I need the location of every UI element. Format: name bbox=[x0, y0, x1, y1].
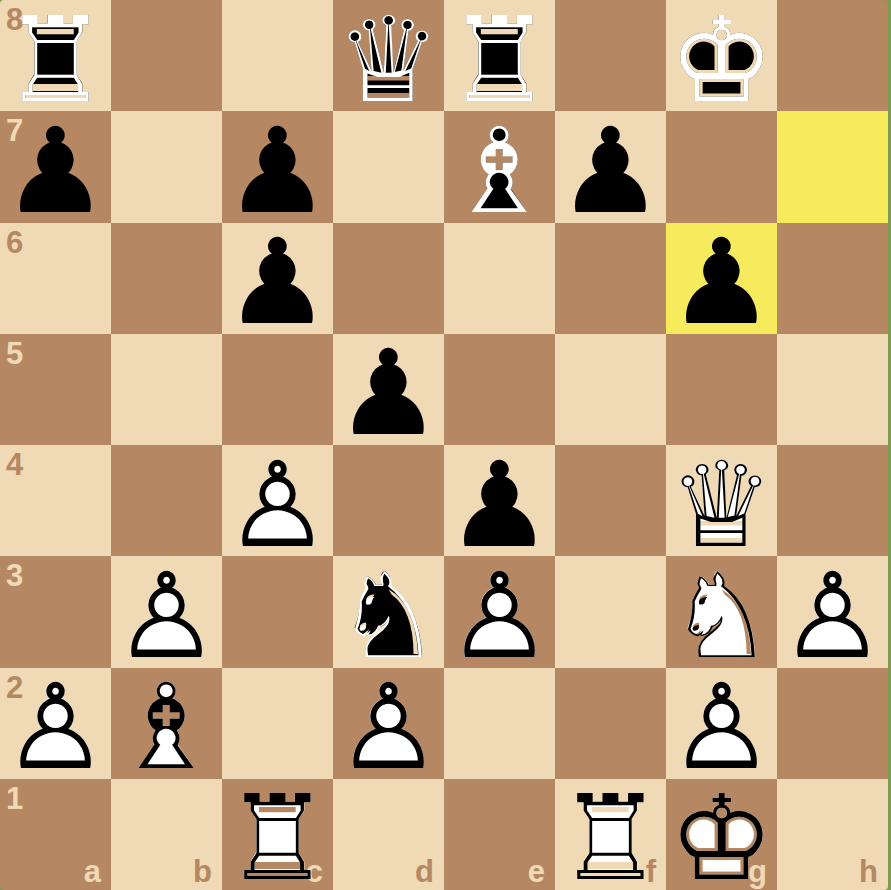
square-g4[interactable]: ♛♕ bbox=[666, 445, 777, 556]
square-e8[interactable]: ♜♖ bbox=[444, 0, 555, 111]
pawn-outline-glyph: ♙ bbox=[111, 560, 222, 671]
square-d6[interactable] bbox=[333, 223, 444, 334]
square-f1[interactable]: f♜♖ bbox=[555, 779, 666, 890]
piece-black-pawn[interactable]: ♟ bbox=[333, 334, 444, 445]
pawn-outline-glyph: ♙ bbox=[0, 672, 111, 783]
square-g3[interactable]: ♞♘ bbox=[666, 556, 777, 667]
square-d2[interactable]: ♟♙ bbox=[333, 668, 444, 779]
piece-white-bishop[interactable]: ♝♗ bbox=[111, 668, 222, 779]
king-glyph: ♚ bbox=[666, 783, 777, 890]
king-outline-glyph: ♔ bbox=[666, 4, 777, 115]
piece-black-knight[interactable]: ♞♘ bbox=[333, 556, 444, 667]
pawn-outline-glyph: ♙ bbox=[333, 672, 444, 783]
piece-white-pawn[interactable]: ♟♙ bbox=[666, 668, 777, 779]
piece-black-rook[interactable]: ♜♖ bbox=[444, 0, 555, 111]
queen-outline-glyph: ♕ bbox=[666, 449, 777, 560]
bishop-outline-glyph: ♗ bbox=[111, 672, 222, 783]
square-h2[interactable] bbox=[777, 668, 888, 779]
square-c3[interactable] bbox=[222, 556, 333, 667]
pawn-glyph: ♟ bbox=[111, 560, 222, 671]
queen-glyph: ♛ bbox=[333, 4, 444, 115]
bishop-glyph: ♝ bbox=[111, 672, 222, 783]
square-e1[interactable]: e bbox=[444, 779, 555, 890]
file-label-a: a bbox=[84, 856, 101, 887]
square-f5[interactable] bbox=[555, 334, 666, 445]
square-c4[interactable]: ♟♙ bbox=[222, 445, 333, 556]
piece-black-bishop[interactable]: ♝♗ bbox=[444, 111, 555, 222]
square-f3[interactable] bbox=[555, 556, 666, 667]
square-d3[interactable]: ♞♘ bbox=[333, 556, 444, 667]
square-b2[interactable]: ♝♗ bbox=[111, 668, 222, 779]
square-c2[interactable] bbox=[222, 668, 333, 779]
pawn-glyph: ♟ bbox=[555, 115, 666, 226]
rank-label-5: 5 bbox=[6, 338, 23, 369]
pawn-glyph: ♟ bbox=[777, 560, 888, 671]
square-d5[interactable]: ♟ bbox=[333, 334, 444, 445]
knight-glyph: ♞ bbox=[666, 560, 777, 671]
queen-glyph: ♛ bbox=[666, 449, 777, 560]
square-h7[interactable] bbox=[777, 111, 888, 222]
square-h8[interactable] bbox=[777, 0, 888, 111]
piece-white-knight[interactable]: ♞♘ bbox=[666, 556, 777, 667]
square-f7[interactable]: ♟ bbox=[555, 111, 666, 222]
square-e7[interactable]: ♝♗ bbox=[444, 111, 555, 222]
file-label-e: e bbox=[528, 856, 545, 887]
square-a4[interactable]: 4 bbox=[0, 445, 111, 556]
rank-label-1: 1 bbox=[6, 783, 23, 814]
pawn-glyph: ♟ bbox=[0, 115, 111, 226]
pawn-glyph: ♟ bbox=[444, 560, 555, 671]
pawn-glyph: ♟ bbox=[222, 449, 333, 560]
square-b4[interactable] bbox=[111, 445, 222, 556]
square-e3[interactable]: ♟♙ bbox=[444, 556, 555, 667]
piece-black-pawn[interactable]: ♟ bbox=[666, 223, 777, 334]
piece-white-rook[interactable]: ♜♖ bbox=[555, 779, 666, 890]
square-h5[interactable] bbox=[777, 334, 888, 445]
square-e5[interactable] bbox=[444, 334, 555, 445]
square-f2[interactable] bbox=[555, 668, 666, 779]
piece-white-pawn[interactable]: ♟♙ bbox=[0, 668, 111, 779]
square-b1[interactable]: b bbox=[111, 779, 222, 890]
king-outline-glyph: ♔ bbox=[666, 783, 777, 890]
square-d8[interactable]: ♛♕ bbox=[333, 0, 444, 111]
piece-white-pawn[interactable]: ♟♙ bbox=[333, 668, 444, 779]
square-a2[interactable]: 2♟♙ bbox=[0, 668, 111, 779]
pawn-outline-glyph: ♙ bbox=[777, 560, 888, 671]
square-e4[interactable]: ♟ bbox=[444, 445, 555, 556]
square-h3[interactable]: ♟♙ bbox=[777, 556, 888, 667]
pawn-glyph: ♟ bbox=[666, 227, 777, 338]
rank-label-3: 3 bbox=[6, 560, 23, 591]
square-g7[interactable] bbox=[666, 111, 777, 222]
piece-white-pawn[interactable]: ♟♙ bbox=[222, 445, 333, 556]
rook-outline-glyph: ♖ bbox=[0, 4, 111, 115]
piece-white-rook[interactable]: ♜♖ bbox=[222, 779, 333, 890]
square-a7[interactable]: 7♟ bbox=[0, 111, 111, 222]
square-c6[interactable]: ♟ bbox=[222, 223, 333, 334]
rook-outline-glyph: ♖ bbox=[444, 4, 555, 115]
square-b5[interactable] bbox=[111, 334, 222, 445]
square-a3[interactable]: 3 bbox=[0, 556, 111, 667]
square-b7[interactable] bbox=[111, 111, 222, 222]
bishop-outline-glyph: ♗ bbox=[444, 115, 555, 226]
pawn-outline-glyph: ♙ bbox=[222, 449, 333, 560]
square-b8[interactable] bbox=[111, 0, 222, 111]
piece-black-queen[interactable]: ♛♕ bbox=[333, 0, 444, 111]
square-c5[interactable] bbox=[222, 334, 333, 445]
pawn-glyph: ♟ bbox=[444, 449, 555, 560]
pawn-glyph: ♟ bbox=[222, 115, 333, 226]
square-g1[interactable]: g♚♔ bbox=[666, 779, 777, 890]
square-g2[interactable]: ♟♙ bbox=[666, 668, 777, 779]
piece-white-pawn[interactable]: ♟♙ bbox=[777, 556, 888, 667]
piece-black-rook[interactable]: ♜♖ bbox=[0, 0, 111, 111]
piece-black-king[interactable]: ♚♔ bbox=[666, 0, 777, 111]
square-a5[interactable]: 5 bbox=[0, 334, 111, 445]
piece-white-pawn[interactable]: ♟♙ bbox=[444, 556, 555, 667]
file-label-b: b bbox=[193, 856, 212, 887]
piece-black-pawn[interactable]: ♟ bbox=[0, 111, 111, 222]
square-e2[interactable] bbox=[444, 668, 555, 779]
chess-board: 8♜♖♛♕♜♖♚♔7♟♟♝♗♟6♟♟5♟4♟♙♟♛♕3♟♙♞♘♟♙♞♘♟♙2♟♙… bbox=[0, 0, 888, 890]
piece-black-pawn[interactable]: ♟ bbox=[555, 111, 666, 222]
rook-glyph: ♜ bbox=[0, 4, 111, 115]
piece-black-pawn[interactable]: ♟ bbox=[444, 445, 555, 556]
king-glyph: ♚ bbox=[666, 4, 777, 115]
piece-white-queen[interactable]: ♛♕ bbox=[666, 445, 777, 556]
pawn-glyph: ♟ bbox=[333, 672, 444, 783]
square-d4[interactable] bbox=[333, 445, 444, 556]
rank-label-6: 6 bbox=[6, 227, 23, 258]
pawn-outline-glyph: ♙ bbox=[444, 560, 555, 671]
square-h4[interactable] bbox=[777, 445, 888, 556]
square-f4[interactable] bbox=[555, 445, 666, 556]
square-d7[interactable] bbox=[333, 111, 444, 222]
rook-glyph: ♜ bbox=[555, 783, 666, 890]
file-label-d: d bbox=[415, 856, 434, 887]
piece-white-king[interactable]: ♚♔ bbox=[666, 779, 777, 890]
rook-outline-glyph: ♖ bbox=[555, 783, 666, 890]
queen-outline-glyph: ♕ bbox=[333, 4, 444, 115]
square-h6[interactable] bbox=[777, 223, 888, 334]
rook-glyph: ♜ bbox=[222, 783, 333, 890]
square-a1[interactable]: 1a bbox=[0, 779, 111, 890]
pawn-outline-glyph: ♙ bbox=[666, 672, 777, 783]
square-g8[interactable]: ♚♔ bbox=[666, 0, 777, 111]
square-h1[interactable]: h bbox=[777, 779, 888, 890]
square-f8[interactable] bbox=[555, 0, 666, 111]
square-b6[interactable] bbox=[111, 223, 222, 334]
square-d1[interactable]: d bbox=[333, 779, 444, 890]
square-a6[interactable]: 6 bbox=[0, 223, 111, 334]
pawn-glyph: ♟ bbox=[222, 227, 333, 338]
square-f6[interactable] bbox=[555, 223, 666, 334]
rank-label-4: 4 bbox=[6, 449, 23, 480]
square-e6[interactable] bbox=[444, 223, 555, 334]
knight-outline-glyph: ♘ bbox=[333, 560, 444, 671]
square-g5[interactable] bbox=[666, 334, 777, 445]
square-c8[interactable] bbox=[222, 0, 333, 111]
piece-black-pawn[interactable]: ♟ bbox=[222, 111, 333, 222]
knight-glyph: ♞ bbox=[333, 560, 444, 671]
bishop-glyph: ♝ bbox=[444, 115, 555, 226]
square-c1[interactable]: c♜♖ bbox=[222, 779, 333, 890]
pawn-glyph: ♟ bbox=[666, 672, 777, 783]
pawn-glyph: ♟ bbox=[333, 338, 444, 449]
knight-outline-glyph: ♘ bbox=[666, 560, 777, 671]
square-a8[interactable]: 8♜♖ bbox=[0, 0, 111, 111]
pawn-glyph: ♟ bbox=[0, 672, 111, 783]
rook-outline-glyph: ♖ bbox=[222, 783, 333, 890]
rook-glyph: ♜ bbox=[444, 4, 555, 115]
square-g6[interactable]: ♟ bbox=[666, 223, 777, 334]
square-b3[interactable]: ♟♙ bbox=[111, 556, 222, 667]
piece-white-pawn[interactable]: ♟♙ bbox=[111, 556, 222, 667]
square-c7[interactable]: ♟ bbox=[222, 111, 333, 222]
file-label-h: h bbox=[859, 856, 878, 887]
piece-black-pawn[interactable]: ♟ bbox=[222, 223, 333, 334]
